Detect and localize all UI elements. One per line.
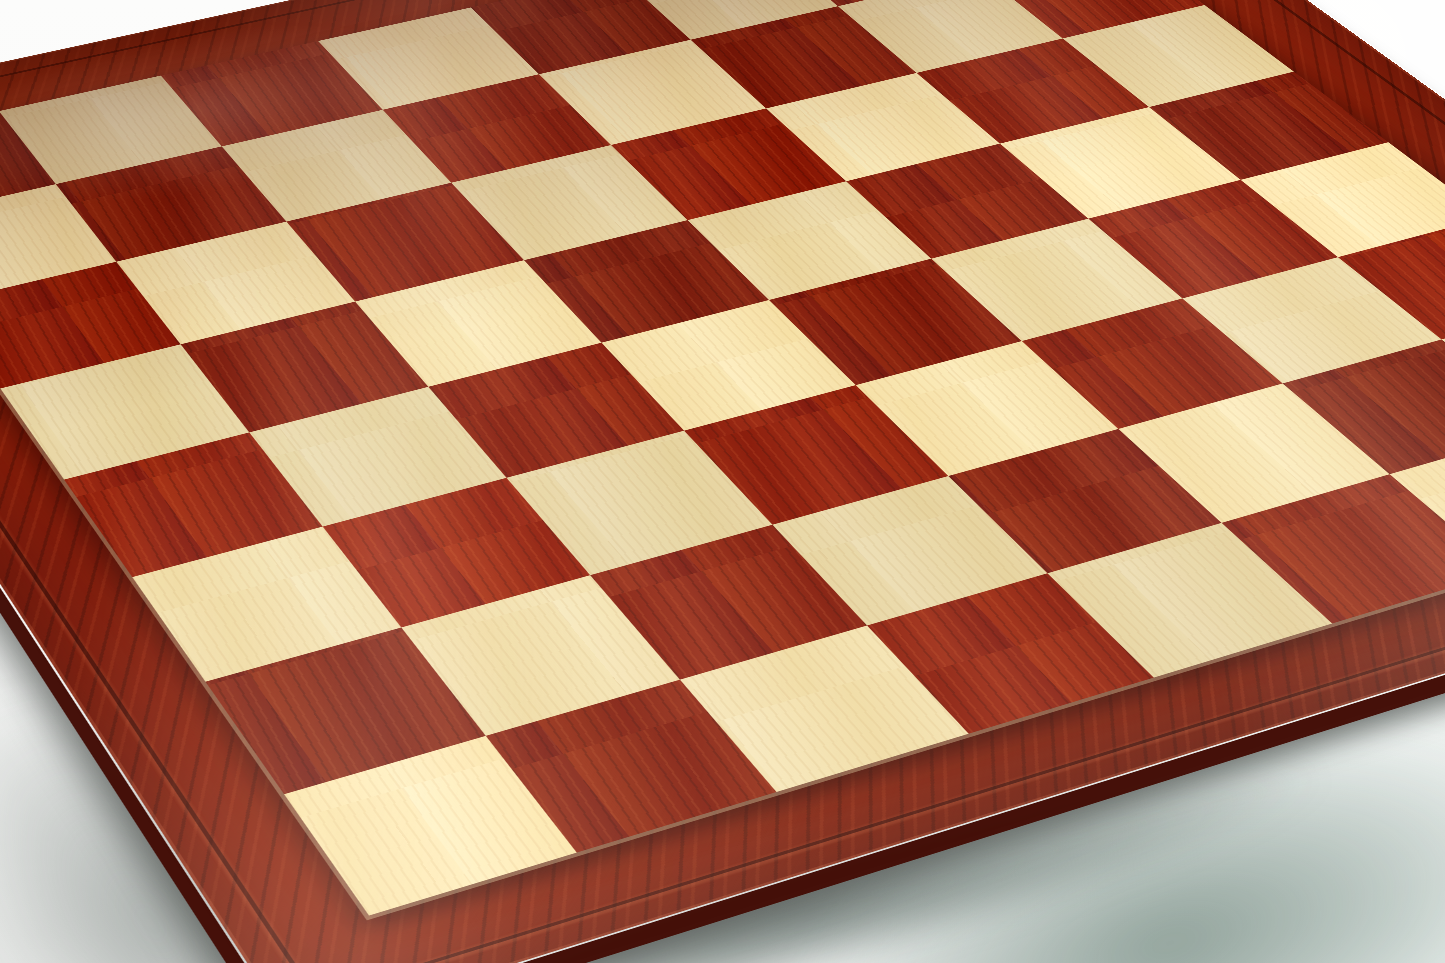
board-frame: [0, 0, 1445, 963]
product-photo-scene: [0, 0, 1445, 963]
chess-board: [0, 0, 1445, 963]
